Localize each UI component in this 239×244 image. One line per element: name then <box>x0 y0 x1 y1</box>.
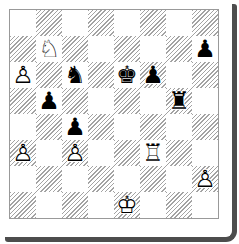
piece-white-rook: ♜♖ <box>140 140 166 166</box>
square-b2[interactable] <box>36 166 62 192</box>
square-c5[interactable] <box>62 88 88 114</box>
piece-white-pawn: ♟♙ <box>62 140 88 166</box>
square-e2[interactable] <box>114 166 140 192</box>
square-d5[interactable] <box>88 88 114 114</box>
square-h5[interactable] <box>192 88 218 114</box>
square-c3[interactable]: ♟♙ <box>62 140 88 166</box>
square-g1[interactable] <box>166 192 192 218</box>
square-b5[interactable]: ♟♟ <box>36 88 62 114</box>
piece-white-pawn: ♟♙ <box>192 166 218 192</box>
square-a6[interactable]: ♟♙ <box>10 62 36 88</box>
square-b4[interactable] <box>36 114 62 140</box>
square-d4[interactable] <box>88 114 114 140</box>
square-b7[interactable]: ♞♘ <box>36 36 62 62</box>
square-g8[interactable] <box>166 10 192 36</box>
piece-black-pawn: ♟♟ <box>62 114 88 140</box>
piece-black-pawn: ♟♟ <box>192 36 218 62</box>
square-e7[interactable] <box>114 36 140 62</box>
square-e5[interactable] <box>114 88 140 114</box>
square-e6[interactable]: ♚♚ <box>114 62 140 88</box>
black-pawn-glyph: ♟ <box>140 62 166 88</box>
white-king-glyph: ♔ <box>114 192 140 218</box>
square-a5[interactable] <box>10 88 36 114</box>
piece-black-knight: ♞♞ <box>62 62 88 88</box>
square-d8[interactable] <box>88 10 114 36</box>
square-a4[interactable] <box>10 114 36 140</box>
square-g4[interactable] <box>166 114 192 140</box>
black-rook-glyph: ♜ <box>166 88 192 114</box>
square-d2[interactable] <box>88 166 114 192</box>
white-pawn-glyph: ♙ <box>10 62 36 88</box>
square-e3[interactable] <box>114 140 140 166</box>
square-a2[interactable] <box>10 166 36 192</box>
chess-diagram: ♞♘♟♟♟♙♞♞♚♚♟♟♟♟♜♜♟♟♟♙♟♙♜♖♟♙♚♔ <box>0 0 239 244</box>
square-h6[interactable] <box>192 62 218 88</box>
square-f6[interactable]: ♟♟ <box>140 62 166 88</box>
square-a1[interactable] <box>10 192 36 218</box>
square-a7[interactable] <box>10 36 36 62</box>
black-pawn-glyph: ♟ <box>192 36 218 62</box>
square-g6[interactable] <box>166 62 192 88</box>
black-knight-glyph: ♞ <box>62 62 88 88</box>
square-d3[interactable] <box>88 140 114 166</box>
square-h3[interactable] <box>192 140 218 166</box>
square-g7[interactable] <box>166 36 192 62</box>
piece-black-rook: ♜♜ <box>166 88 192 114</box>
white-pawn-glyph: ♙ <box>192 166 218 192</box>
square-b3[interactable] <box>36 140 62 166</box>
square-c4[interactable]: ♟♟ <box>62 114 88 140</box>
white-pawn-glyph: ♙ <box>62 140 88 166</box>
square-d1[interactable] <box>88 192 114 218</box>
square-e4[interactable] <box>114 114 140 140</box>
square-g5[interactable]: ♜♜ <box>166 88 192 114</box>
square-f1[interactable] <box>140 192 166 218</box>
chess-board: ♞♘♟♟♟♙♞♞♚♚♟♟♟♟♜♜♟♟♟♙♟♙♜♖♟♙♚♔ <box>9 9 219 219</box>
square-b8[interactable] <box>36 10 62 36</box>
square-f7[interactable] <box>140 36 166 62</box>
piece-black-pawn: ♟♟ <box>36 88 62 114</box>
black-pawn-glyph: ♟ <box>62 114 88 140</box>
square-h1[interactable] <box>192 192 218 218</box>
square-g3[interactable] <box>166 140 192 166</box>
piece-white-king: ♚♔ <box>114 192 140 218</box>
square-f2[interactable] <box>140 166 166 192</box>
square-f3[interactable]: ♜♖ <box>140 140 166 166</box>
square-c2[interactable] <box>62 166 88 192</box>
square-b1[interactable] <box>36 192 62 218</box>
black-king-glyph: ♚ <box>114 62 140 88</box>
square-f4[interactable] <box>140 114 166 140</box>
square-g2[interactable] <box>166 166 192 192</box>
square-f8[interactable] <box>140 10 166 36</box>
square-c7[interactable] <box>62 36 88 62</box>
square-f5[interactable] <box>140 88 166 114</box>
square-e1[interactable]: ♚♔ <box>114 192 140 218</box>
white-knight-glyph: ♘ <box>36 36 62 62</box>
square-a3[interactable]: ♟♙ <box>10 140 36 166</box>
square-h8[interactable] <box>192 10 218 36</box>
square-c6[interactable]: ♞♞ <box>62 62 88 88</box>
square-h7[interactable]: ♟♟ <box>192 36 218 62</box>
square-b6[interactable] <box>36 62 62 88</box>
white-pawn-glyph: ♙ <box>10 140 36 166</box>
white-rook-glyph: ♖ <box>140 140 166 166</box>
piece-white-pawn: ♟♙ <box>10 140 36 166</box>
piece-black-king: ♚♚ <box>114 62 140 88</box>
piece-white-pawn: ♟♙ <box>10 62 36 88</box>
square-h4[interactable] <box>192 114 218 140</box>
square-d7[interactable] <box>88 36 114 62</box>
square-d6[interactable] <box>88 62 114 88</box>
black-pawn-glyph: ♟ <box>36 88 62 114</box>
square-h2[interactable]: ♟♙ <box>192 166 218 192</box>
square-c1[interactable] <box>62 192 88 218</box>
piece-white-knight: ♞♘ <box>36 36 62 62</box>
piece-black-pawn: ♟♟ <box>140 62 166 88</box>
square-a8[interactable] <box>10 10 36 36</box>
square-e8[interactable] <box>114 10 140 36</box>
square-c8[interactable] <box>62 10 88 36</box>
